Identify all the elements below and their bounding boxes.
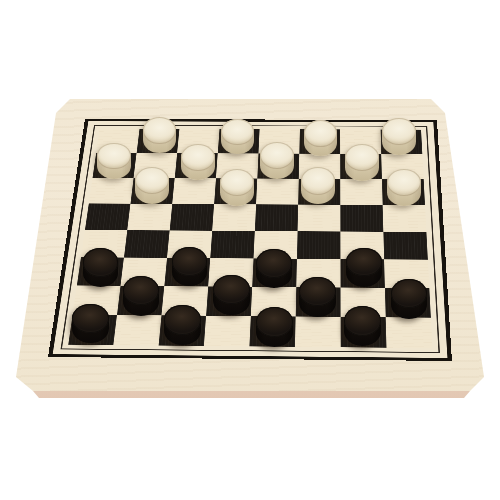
square-r6c1[interactable] — [77, 257, 124, 286]
square-r8c1[interactable] — [68, 315, 117, 346]
square-r7c1[interactable] — [73, 285, 121, 314]
board-playing-area — [48, 119, 452, 361]
square-r8c6[interactable] — [295, 316, 341, 347]
square-r7c5[interactable] — [251, 287, 297, 317]
square-r4c7[interactable] — [340, 205, 383, 232]
square-r8c5[interactable] — [249, 316, 295, 347]
square-r4c2[interactable] — [127, 204, 172, 231]
square-r6c2[interactable] — [121, 258, 168, 287]
square-r7c8[interactable] — [385, 288, 431, 318]
square-r2c3[interactable] — [175, 153, 218, 178]
square-r2c6[interactable] — [299, 154, 341, 179]
board-inner-border-line — [60, 125, 439, 353]
square-r6c7[interactable] — [340, 259, 384, 288]
square-r5c3[interactable] — [167, 230, 212, 258]
square-r8c3[interactable] — [159, 315, 207, 346]
square-r1c4[interactable] — [218, 129, 260, 153]
square-r5c2[interactable] — [124, 230, 170, 258]
square-r1c2[interactable] — [137, 129, 180, 153]
square-r1c6[interactable] — [299, 129, 340, 153]
square-r8c2[interactable] — [113, 315, 161, 346]
square-r1c1[interactable] — [96, 129, 139, 153]
board-squares-grid — [68, 129, 432, 348]
square-r1c7[interactable] — [340, 129, 381, 154]
square-r4c1[interactable] — [85, 203, 131, 230]
square-r5c8[interactable] — [383, 232, 428, 260]
square-r4c6[interactable] — [298, 205, 341, 232]
square-r4c4[interactable] — [212, 204, 256, 231]
square-r4c5[interactable] — [255, 204, 298, 231]
square-r3c6[interactable] — [298, 179, 340, 205]
square-r1c3[interactable] — [177, 129, 219, 153]
square-r5c5[interactable] — [254, 231, 298, 259]
square-r3c7[interactable] — [340, 179, 382, 205]
square-r6c3[interactable] — [164, 258, 210, 287]
checkers-set-photo — [0, 0, 500, 500]
square-r5c6[interactable] — [297, 231, 341, 259]
square-r1c8[interactable] — [381, 130, 423, 155]
square-r7c4[interactable] — [206, 286, 252, 316]
square-r2c4[interactable] — [216, 153, 259, 178]
square-r2c1[interactable] — [93, 153, 137, 178]
square-r3c2[interactable] — [130, 178, 174, 204]
square-r8c4[interactable] — [204, 316, 251, 347]
square-r6c6[interactable] — [296, 259, 340, 288]
square-r3c1[interactable] — [89, 178, 134, 204]
square-r8c7[interactable] — [341, 317, 387, 348]
square-r2c5[interactable] — [257, 153, 299, 178]
square-r2c2[interactable] — [134, 153, 178, 178]
square-r6c4[interactable] — [208, 258, 253, 287]
square-r1c5[interactable] — [258, 129, 299, 153]
square-r7c2[interactable] — [117, 286, 164, 316]
square-r5c4[interactable] — [210, 231, 255, 259]
square-r7c3[interactable] — [161, 286, 208, 316]
square-r2c7[interactable] — [340, 154, 382, 179]
square-r4c3[interactable] — [170, 204, 214, 231]
square-r5c7[interactable] — [340, 231, 384, 259]
square-r2c8[interactable] — [381, 154, 423, 179]
square-r6c8[interactable] — [384, 259, 429, 288]
square-r3c8[interactable] — [382, 179, 425, 205]
square-r6c5[interactable] — [252, 258, 297, 287]
square-r5c1[interactable] — [81, 230, 127, 258]
square-r3c3[interactable] — [172, 178, 216, 204]
square-r8c8[interactable] — [386, 317, 433, 348]
square-r7c7[interactable] — [341, 287, 386, 317]
square-r3c4[interactable] — [214, 178, 257, 204]
square-r4c8[interactable] — [383, 205, 427, 232]
square-r3c5[interactable] — [256, 179, 299, 205]
square-r7c6[interactable] — [296, 287, 341, 317]
